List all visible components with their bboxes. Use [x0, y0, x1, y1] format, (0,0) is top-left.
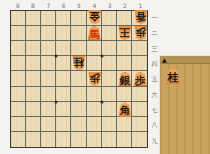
square-7六[interactable]	[41, 87, 56, 102]
square-8八[interactable]	[26, 117, 41, 132]
piece-kanji: 歩	[135, 75, 146, 86]
file-label-5: 5	[71, 2, 86, 9]
square-3四[interactable]	[102, 56, 117, 71]
piece-2e-black[interactable]: 銀	[118, 72, 132, 87]
square-4六[interactable]	[87, 87, 102, 102]
komadai-header: ▲	[160, 56, 210, 64]
file-label-7: 7	[41, 2, 56, 9]
square-1九[interactable]	[132, 132, 147, 147]
star-point-icon	[55, 101, 58, 104]
square-9七[interactable]	[11, 102, 26, 117]
square-6九[interactable]	[56, 132, 71, 147]
square-8四[interactable]	[26, 56, 41, 71]
piece-4e-white[interactable]: 歩	[88, 72, 102, 87]
shogi-board: 金香馬王歩桂歩銀歩角	[10, 10, 148, 148]
rank-label-2: 二	[150, 29, 159, 38]
square-5八[interactable]	[71, 117, 86, 132]
square-7七[interactable]	[41, 102, 56, 117]
square-2九[interactable]	[117, 132, 132, 147]
file-label-9: 9	[10, 2, 25, 9]
square-9三[interactable]	[11, 41, 26, 56]
piece-2b-white[interactable]: 王	[118, 26, 132, 41]
square-5七[interactable]	[71, 102, 86, 117]
piece-kanji: 金	[89, 11, 100, 22]
square-9六[interactable]	[11, 87, 26, 102]
square-6六[interactable]	[56, 87, 71, 102]
square-3八[interactable]	[102, 117, 117, 132]
square-8七[interactable]	[26, 102, 41, 117]
square-3九[interactable]	[102, 132, 117, 147]
square-9一[interactable]	[11, 11, 26, 26]
square-6四[interactable]	[56, 56, 71, 71]
square-7八[interactable]	[41, 117, 56, 132]
piece-kanji: 馬	[89, 29, 100, 40]
square-6七[interactable]	[56, 102, 71, 117]
square-7一[interactable]	[41, 11, 56, 26]
square-6二[interactable]	[56, 26, 71, 41]
square-3二[interactable]	[102, 26, 117, 41]
piece-kanji: 歩	[135, 27, 146, 38]
file-label-4: 4	[87, 2, 102, 9]
piece-kanji: 角	[120, 105, 131, 116]
file-label-2: 2	[117, 2, 132, 9]
piece-1a-white[interactable]: 香	[134, 10, 148, 25]
square-7四[interactable]	[41, 56, 56, 71]
square-5五[interactable]	[71, 71, 86, 86]
piece-kanji: 桂	[168, 72, 179, 83]
square-2三[interactable]	[117, 41, 132, 56]
star-point-icon	[55, 55, 58, 58]
square-3六[interactable]	[102, 87, 117, 102]
square-4四[interactable]	[87, 56, 102, 71]
square-1三[interactable]	[132, 41, 147, 56]
rank-label-3: 三	[150, 45, 159, 54]
file-label-6: 6	[56, 2, 71, 9]
square-5二[interactable]	[71, 26, 86, 41]
square-8二[interactable]	[26, 26, 41, 41]
file-label-1: 1	[133, 2, 148, 9]
square-4三[interactable]	[87, 41, 102, 56]
square-9五[interactable]	[11, 71, 26, 86]
rank-label-8: 八	[150, 121, 159, 130]
square-3七[interactable]	[102, 102, 117, 117]
square-8五[interactable]	[26, 71, 41, 86]
square-1七[interactable]	[132, 102, 147, 117]
square-4七[interactable]	[87, 102, 102, 117]
rank-label-1: 一	[150, 14, 159, 23]
piece-kanji: 王	[120, 27, 131, 38]
piece-kanji: 銀	[120, 75, 131, 86]
square-8一[interactable]	[26, 11, 41, 26]
square-9八[interactable]	[11, 117, 26, 132]
square-9四[interactable]	[11, 56, 26, 71]
square-3三[interactable]	[102, 41, 117, 56]
piece-2g-black[interactable]: 角	[118, 102, 132, 117]
square-5一[interactable]	[71, 11, 86, 26]
square-5六[interactable]	[71, 87, 86, 102]
square-7二[interactable]	[41, 26, 56, 41]
square-6一[interactable]	[56, 11, 71, 26]
square-1六[interactable]	[132, 87, 147, 102]
square-8三[interactable]	[26, 41, 41, 56]
rank-label-5: 五	[150, 75, 159, 84]
file-label-3: 3	[102, 2, 117, 9]
piece-1b-white[interactable]: 歩	[134, 26, 148, 41]
piece-4b-black[interactable]: 馬	[88, 26, 102, 41]
piece-kanji: 香	[135, 11, 146, 22]
square-6五[interactable]	[56, 71, 71, 86]
square-5三[interactable]	[71, 41, 86, 56]
square-2四[interactable]	[117, 56, 132, 71]
square-7九[interactable]	[41, 132, 56, 147]
piece-kanji: 桂	[74, 57, 85, 68]
hand-piece-桂[interactable]: 桂	[166, 68, 180, 84]
square-8九[interactable]	[26, 132, 41, 147]
square-8六[interactable]	[26, 87, 41, 102]
piece-1e-black[interactable]: 歩	[134, 72, 148, 87]
piece-kanji: 歩	[89, 73, 100, 84]
piece-5d-white[interactable]: 桂	[72, 56, 86, 71]
rank-label-9: 九	[150, 137, 159, 146]
square-9二[interactable]	[11, 26, 26, 41]
square-1八[interactable]	[132, 117, 147, 132]
file-label-8: 8	[25, 2, 40, 9]
star-point-icon	[101, 101, 104, 104]
star-point-icon	[101, 55, 104, 58]
rank-label-6: 六	[150, 91, 159, 100]
square-5九[interactable]	[71, 132, 86, 147]
square-4九[interactable]	[87, 132, 102, 147]
sente-turn-marker-icon: ▲	[162, 57, 167, 63]
square-7五[interactable]	[41, 71, 56, 86]
square-1四[interactable]	[132, 56, 147, 71]
rank-label-4: 四	[150, 60, 159, 69]
square-2八[interactable]	[117, 117, 132, 132]
square-2六[interactable]	[117, 87, 132, 102]
square-6八[interactable]	[56, 117, 71, 132]
komadai-sente: ▲ 桂	[159, 55, 210, 154]
square-3五[interactable]	[102, 71, 117, 86]
square-2一[interactable]	[117, 11, 132, 26]
piece-4a-white[interactable]: 金	[88, 10, 102, 25]
square-3一[interactable]	[102, 11, 117, 26]
square-6三[interactable]	[56, 41, 71, 56]
square-9九[interactable]	[11, 132, 26, 147]
square-4八[interactable]	[87, 117, 102, 132]
rank-label-7: 七	[150, 106, 159, 115]
